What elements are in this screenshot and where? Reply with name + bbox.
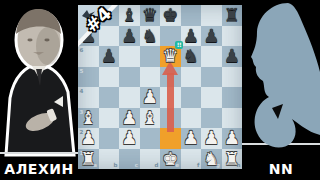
white-bishop-d3[interactable]: ♝ bbox=[140, 108, 161, 129]
white-knight-g1[interactable]: ♞ bbox=[201, 149, 222, 170]
white-bishop-a3[interactable]: ♝ bbox=[78, 108, 99, 129]
black-queen-d8[interactable]: ♛ bbox=[140, 5, 161, 26]
black-knight-d7[interactable]: ♞ bbox=[140, 26, 161, 47]
white-pawn-c2[interactable]: ♟ bbox=[119, 128, 140, 149]
white-pawn-f2[interactable]: ♟ bbox=[181, 128, 202, 149]
brilliant-move-badge: !! bbox=[175, 41, 183, 49]
black-bishop-c8[interactable]: ♝ bbox=[119, 5, 140, 26]
black-pawn-b6[interactable]: ♟ bbox=[99, 46, 120, 67]
nn-silhouette bbox=[242, 0, 320, 180]
white-pawn-c3[interactable]: ♟ bbox=[119, 108, 140, 129]
black-player-name: NN bbox=[242, 161, 320, 177]
white-pawn-g2[interactable]: ♟ bbox=[201, 128, 222, 149]
white-king-e1[interactable]: ♚ bbox=[160, 149, 181, 170]
white-name-divider bbox=[0, 152, 78, 154]
chess-board-area: 87654321abcdefgh ♜♝♛♚♜♟♟♞♟♟♟♛♞♟♟♝♟♝♟♟♟♟♟… bbox=[78, 5, 242, 169]
black-pawn-h6[interactable]: ♟ bbox=[222, 46, 243, 67]
black-knight-f6[interactable]: ♞ bbox=[181, 46, 202, 67]
white-player-name: АЛЕХИН bbox=[0, 161, 78, 177]
black-king-e8[interactable]: ♚ bbox=[160, 5, 181, 26]
white-player-panel: АЛЕХИН bbox=[0, 0, 78, 180]
thumbnail: АЛЕХИН NN 87654321abcdefgh ♜♝♛♚♜♟♟♞♟♟♟♛♞… bbox=[0, 0, 320, 180]
white-rook-a1[interactable]: ♜ bbox=[78, 149, 99, 170]
black-pawn-c7[interactable]: ♟ bbox=[119, 26, 140, 47]
white-pawn-d4[interactable]: ♟ bbox=[140, 87, 161, 108]
black-pawn-f7[interactable]: ♟ bbox=[181, 26, 202, 47]
white-pawn-a2[interactable]: ♟ bbox=[78, 128, 99, 149]
white-pawn-h2[interactable]: ♟ bbox=[222, 128, 243, 149]
black-player-panel: NN bbox=[242, 0, 320, 180]
black-pawn-g7[interactable]: ♟ bbox=[201, 26, 222, 47]
white-rook-h1[interactable]: ♜ bbox=[222, 149, 243, 170]
black-rook-h8[interactable]: ♜ bbox=[222, 5, 243, 26]
white-queen-e6[interactable]: ♛ bbox=[160, 46, 181, 67]
